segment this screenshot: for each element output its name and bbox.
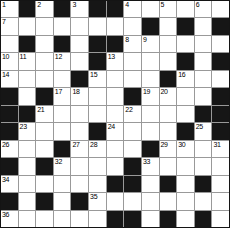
white-cell[interactable]: 26 bbox=[1, 141, 18, 157]
white-cell[interactable]: 12 bbox=[54, 53, 71, 69]
clue-number: 28 bbox=[90, 141, 97, 149]
white-cell[interactable] bbox=[177, 106, 194, 122]
white-cell[interactable] bbox=[212, 176, 229, 192]
white-cell[interactable] bbox=[71, 18, 88, 34]
white-cell[interactable] bbox=[54, 211, 71, 227]
clue-number: 33 bbox=[143, 158, 150, 166]
black-cell bbox=[195, 176, 212, 192]
white-cell[interactable] bbox=[1, 36, 18, 52]
black-cell bbox=[124, 88, 141, 104]
white-cell[interactable] bbox=[71, 106, 88, 122]
white-cell[interactable]: 14 bbox=[1, 71, 18, 87]
black-cell bbox=[177, 18, 194, 34]
white-cell[interactable] bbox=[36, 141, 53, 157]
white-cell[interactable]: 35 bbox=[89, 193, 106, 209]
white-cell[interactable] bbox=[107, 88, 124, 104]
white-cell[interactable] bbox=[71, 176, 88, 192]
white-cell[interactable] bbox=[212, 36, 229, 52]
black-cell bbox=[212, 123, 229, 139]
white-cell[interactable] bbox=[212, 211, 229, 227]
white-cell[interactable] bbox=[212, 193, 229, 209]
white-cell[interactable] bbox=[177, 36, 194, 52]
clue-number: 11 bbox=[20, 53, 27, 61]
white-cell[interactable] bbox=[19, 193, 36, 209]
clue-number: 27 bbox=[72, 141, 79, 149]
white-cell[interactable]: 27 bbox=[71, 141, 88, 157]
white-cell[interactable] bbox=[142, 123, 159, 139]
white-cell[interactable] bbox=[19, 88, 36, 104]
white-cell[interactable] bbox=[36, 18, 53, 34]
white-cell[interactable] bbox=[89, 158, 106, 174]
white-cell[interactable] bbox=[195, 36, 212, 52]
white-cell[interactable] bbox=[107, 106, 124, 122]
white-cell[interactable] bbox=[160, 193, 177, 209]
black-cell bbox=[195, 211, 212, 227]
black-cell bbox=[19, 36, 36, 52]
white-cell[interactable] bbox=[195, 18, 212, 34]
crossword-grid: 1234567891011121314151617181920212223242… bbox=[0, 0, 230, 228]
white-cell[interactable] bbox=[89, 106, 106, 122]
white-cell[interactable]: 5 bbox=[160, 1, 177, 17]
white-cell[interactable] bbox=[124, 123, 141, 139]
white-cell[interactable] bbox=[195, 141, 212, 157]
white-cell[interactable] bbox=[195, 71, 212, 87]
white-cell[interactable] bbox=[107, 141, 124, 157]
black-cell bbox=[36, 193, 53, 209]
white-cell[interactable]: 30 bbox=[177, 141, 194, 157]
white-cell[interactable] bbox=[89, 88, 106, 104]
black-cell bbox=[195, 106, 212, 122]
clue-number: 25 bbox=[196, 123, 203, 131]
white-cell[interactable] bbox=[142, 193, 159, 209]
white-cell[interactable] bbox=[54, 123, 71, 139]
white-cell[interactable] bbox=[54, 176, 71, 192]
white-cell[interactable]: 31 bbox=[212, 141, 229, 157]
white-cell[interactable] bbox=[107, 193, 124, 209]
white-cell[interactable] bbox=[160, 18, 177, 34]
white-cell[interactable]: 17 bbox=[54, 88, 71, 104]
clue-number: 19 bbox=[143, 88, 150, 96]
white-cell[interactable] bbox=[177, 158, 194, 174]
black-cell bbox=[212, 106, 229, 122]
white-cell[interactable] bbox=[89, 176, 106, 192]
white-cell[interactable] bbox=[212, 158, 229, 174]
white-cell[interactable]: 15 bbox=[89, 71, 106, 87]
black-cell bbox=[107, 176, 124, 192]
white-cell[interactable] bbox=[177, 88, 194, 104]
white-cell[interactable] bbox=[177, 1, 194, 17]
clue-number: 9 bbox=[143, 36, 147, 44]
black-cell bbox=[107, 211, 124, 227]
white-cell[interactable]: 22 bbox=[124, 106, 141, 122]
white-cell[interactable] bbox=[36, 123, 53, 139]
white-cell[interactable] bbox=[71, 36, 88, 52]
black-cell bbox=[54, 1, 71, 17]
clue-number: 24 bbox=[108, 123, 115, 131]
black-cell bbox=[54, 141, 71, 157]
clue-number: 26 bbox=[2, 141, 9, 149]
black-cell bbox=[124, 211, 141, 227]
black-cell bbox=[89, 123, 106, 139]
white-cell[interactable]: 29 bbox=[160, 141, 177, 157]
black-cell bbox=[1, 88, 18, 104]
white-cell[interactable] bbox=[19, 71, 36, 87]
white-cell[interactable]: 7 bbox=[1, 18, 18, 34]
white-cell[interactable] bbox=[36, 36, 53, 52]
white-cell[interactable]: 33 bbox=[142, 158, 159, 174]
clue-number: 7 bbox=[2, 18, 6, 26]
clue-number: 2 bbox=[37, 1, 41, 9]
white-cell[interactable] bbox=[107, 158, 124, 174]
white-cell[interactable] bbox=[107, 71, 124, 87]
white-cell[interactable]: 24 bbox=[107, 123, 124, 139]
black-cell bbox=[19, 1, 36, 17]
clue-number: 34 bbox=[2, 176, 9, 184]
white-cell[interactable] bbox=[124, 18, 141, 34]
white-cell[interactable] bbox=[195, 158, 212, 174]
white-cell[interactable] bbox=[160, 123, 177, 139]
clue-number: 4 bbox=[125, 1, 129, 9]
white-cell[interactable] bbox=[124, 141, 141, 157]
white-cell[interactable] bbox=[54, 106, 71, 122]
white-cell[interactable] bbox=[142, 71, 159, 87]
white-cell[interactable]: 3 bbox=[71, 1, 88, 17]
black-cell bbox=[71, 71, 88, 87]
white-cell[interactable] bbox=[195, 53, 212, 69]
white-cell[interactable] bbox=[89, 211, 106, 227]
white-cell[interactable] bbox=[142, 176, 159, 192]
black-cell bbox=[1, 193, 18, 209]
white-cell[interactable] bbox=[19, 176, 36, 192]
black-cell bbox=[1, 158, 18, 174]
white-cell[interactable]: 6 bbox=[195, 1, 212, 17]
black-cell bbox=[160, 176, 177, 192]
clue-number: 17 bbox=[55, 88, 62, 96]
white-cell[interactable] bbox=[19, 211, 36, 227]
black-cell bbox=[177, 123, 194, 139]
white-cell[interactable]: 18 bbox=[71, 88, 88, 104]
white-cell[interactable] bbox=[177, 176, 194, 192]
white-cell[interactable] bbox=[124, 53, 141, 69]
white-cell[interactable] bbox=[54, 71, 71, 87]
white-cell[interactable] bbox=[212, 71, 229, 87]
white-cell[interactable] bbox=[177, 211, 194, 227]
clue-number: 18 bbox=[72, 88, 79, 96]
black-cell bbox=[142, 141, 159, 157]
white-cell[interactable]: 4 bbox=[124, 1, 141, 17]
white-cell[interactable]: 25 bbox=[195, 123, 212, 139]
white-cell[interactable]: 20 bbox=[160, 88, 177, 104]
black-cell bbox=[124, 176, 141, 192]
white-cell[interactable] bbox=[177, 193, 194, 209]
white-cell[interactable]: 1 bbox=[1, 1, 18, 17]
clue-number: 20 bbox=[161, 88, 168, 96]
white-cell[interactable]: 28 bbox=[89, 141, 106, 157]
white-cell[interactable] bbox=[19, 18, 36, 34]
white-cell[interactable] bbox=[71, 211, 88, 227]
white-cell[interactable] bbox=[71, 53, 88, 69]
white-cell[interactable]: 32 bbox=[54, 158, 71, 174]
white-cell[interactable] bbox=[36, 71, 53, 87]
white-cell[interactable]: 2 bbox=[36, 1, 53, 17]
black-cell bbox=[107, 1, 124, 17]
white-cell[interactable] bbox=[36, 211, 53, 227]
white-cell[interactable] bbox=[195, 88, 212, 104]
white-cell[interactable] bbox=[36, 176, 53, 192]
black-cell bbox=[160, 211, 177, 227]
white-cell[interactable] bbox=[19, 141, 36, 157]
black-cell bbox=[19, 106, 36, 122]
clue-number: 21 bbox=[37, 106, 44, 114]
black-cell bbox=[54, 36, 71, 52]
clue-number: 8 bbox=[125, 36, 129, 44]
clue-number: 6 bbox=[196, 1, 200, 9]
white-cell[interactable] bbox=[124, 193, 141, 209]
black-cell bbox=[124, 158, 141, 174]
white-cell[interactable]: 23 bbox=[19, 123, 36, 139]
white-cell[interactable] bbox=[19, 158, 36, 174]
clue-number: 10 bbox=[2, 53, 9, 61]
clue-number: 13 bbox=[108, 53, 115, 61]
black-cell bbox=[212, 88, 229, 104]
clue-number: 30 bbox=[178, 141, 185, 149]
black-cell bbox=[71, 193, 88, 209]
white-cell[interactable]: 10 bbox=[1, 53, 18, 69]
white-cell[interactable] bbox=[160, 53, 177, 69]
white-cell[interactable]: 13 bbox=[107, 53, 124, 69]
black-cell bbox=[89, 53, 106, 69]
white-cell[interactable] bbox=[107, 18, 124, 34]
black-cell bbox=[1, 106, 18, 122]
white-cell[interactable] bbox=[54, 193, 71, 209]
clue-number: 31 bbox=[213, 141, 220, 149]
white-cell[interactable] bbox=[195, 193, 212, 209]
white-cell[interactable]: 9 bbox=[142, 36, 159, 52]
clue-number: 14 bbox=[2, 71, 9, 79]
black-cell bbox=[89, 36, 106, 52]
white-cell[interactable] bbox=[160, 106, 177, 122]
white-cell[interactable] bbox=[142, 53, 159, 69]
white-cell[interactable]: 16 bbox=[177, 71, 194, 87]
clue-number: 29 bbox=[161, 141, 168, 149]
white-cell[interactable] bbox=[54, 18, 71, 34]
black-cell bbox=[212, 53, 229, 69]
clue-number: 15 bbox=[90, 71, 97, 79]
black-cell bbox=[212, 18, 229, 34]
white-cell[interactable]: 36 bbox=[1, 211, 18, 227]
white-cell[interactable] bbox=[124, 71, 141, 87]
white-cell[interactable] bbox=[142, 106, 159, 122]
white-cell[interactable] bbox=[71, 158, 88, 174]
white-cell[interactable] bbox=[212, 1, 229, 17]
white-cell[interactable]: 21 bbox=[36, 106, 53, 122]
white-cell[interactable] bbox=[160, 36, 177, 52]
black-cell bbox=[160, 71, 177, 87]
clue-number: 16 bbox=[178, 71, 185, 79]
black-cell bbox=[1, 123, 18, 139]
clue-number: 22 bbox=[125, 106, 132, 114]
white-cell[interactable] bbox=[71, 123, 88, 139]
black-cell bbox=[36, 88, 53, 104]
white-cell[interactable]: 8 bbox=[124, 36, 141, 52]
white-cell[interactable] bbox=[142, 211, 159, 227]
white-cell[interactable]: 19 bbox=[142, 88, 159, 104]
clue-number: 1 bbox=[2, 1, 6, 9]
clue-number: 5 bbox=[161, 1, 165, 9]
clue-number: 23 bbox=[20, 123, 27, 131]
white-cell[interactable]: 34 bbox=[1, 176, 18, 192]
black-cell bbox=[36, 158, 53, 174]
clue-number: 3 bbox=[72, 1, 76, 9]
white-cell[interactable] bbox=[160, 158, 177, 174]
black-cell bbox=[107, 36, 124, 52]
clue-number: 36 bbox=[2, 211, 9, 219]
clue-number: 12 bbox=[55, 53, 62, 61]
black-cell bbox=[177, 53, 194, 69]
black-cell bbox=[142, 18, 159, 34]
black-cell bbox=[89, 1, 106, 17]
clue-number: 35 bbox=[90, 193, 97, 201]
white-cell[interactable] bbox=[142, 1, 159, 17]
white-cell[interactable]: 11 bbox=[19, 53, 36, 69]
clue-number: 32 bbox=[55, 158, 62, 166]
white-cell[interactable] bbox=[89, 18, 106, 34]
white-cell[interactable] bbox=[36, 53, 53, 69]
